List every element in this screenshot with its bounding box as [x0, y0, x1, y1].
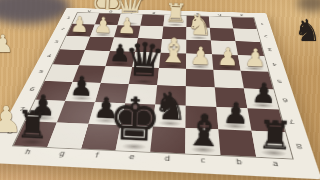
file-label-bottom-f: f — [78, 152, 115, 161]
file-label-bottom-a: a — [257, 160, 295, 169]
square-g4 — [79, 50, 110, 66]
rank-label-left-5: 5 — [33, 70, 49, 75]
file-label-top-e: e — [143, 11, 165, 14]
square-b4: ♟ — [212, 54, 241, 71]
white-pawn-c4: ♟ — [189, 44, 211, 69]
rank-label-right-2: 2 — [259, 34, 273, 38]
file-label-bottom-b: b — [221, 158, 258, 167]
square-c4: ♟ — [186, 54, 213, 70]
chessboard: ♚♛♜♟♟♟♞♟♝♟♟♟♛♟♟♟♟♞♟♜♚♝♜ — [14, 13, 293, 159]
captured-white-pawn: ♟ — [0, 102, 22, 138]
black-pawn-b7: ♟ — [222, 99, 249, 129]
square-a8: ♜ — [252, 131, 293, 159]
rank-label-right-1: 1 — [256, 22, 269, 25]
file-label-top-h: h — [78, 9, 100, 12]
black-pawn-g6: ♟ — [69, 73, 94, 101]
rank-label-right-6: 6 — [276, 97, 293, 103]
black-bishop-c8: ♝ — [183, 107, 224, 153]
captured-white-pawn: ♟ — [0, 32, 14, 56]
square-b2 — [210, 28, 236, 41]
square-a2 — [233, 28, 260, 41]
file-label-top-c: c — [187, 12, 209, 15]
file-label-bottom-h: h — [9, 148, 46, 157]
file-label-bottom-g: g — [43, 150, 80, 159]
file-label-top-a: a — [230, 13, 253, 16]
black-king-e8: ♚ — [107, 89, 162, 150]
square-d1: ♜ — [163, 15, 186, 27]
square-b5 — [213, 70, 244, 89]
white-pawn-g2: ♟ — [93, 15, 113, 37]
rank-label-left-3: 3 — [49, 40, 63, 44]
black-rook-a8: ♜ — [256, 116, 293, 157]
square-c2: ♞ — [186, 27, 210, 40]
photo-frame: ♚♛♜♟♟♟♞♟♝♟♟♟♛♟♟♟♟♞♟♜♚♝♜ hhggffeeddccbbaa… — [0, 0, 320, 180]
square-c8: ♝ — [185, 128, 220, 155]
white-pawn-b4: ♟ — [216, 45, 239, 70]
square-a4: ♟ — [238, 55, 268, 72]
file-label-bottom-e: e — [114, 153, 150, 162]
black-pawn-a6: ♟ — [250, 80, 276, 108]
square-c5 — [186, 69, 215, 87]
black-queen-e5: ♛ — [123, 36, 166, 84]
square-e8: ♚ — [116, 125, 153, 152]
white-pawn-a4: ♟ — [243, 46, 266, 71]
rank-label-left-2: 2 — [56, 28, 70, 31]
rank-label-left-4: 4 — [41, 54, 56, 58]
square-b8 — [218, 129, 256, 156]
square-a1 — [231, 17, 257, 29]
file-label-bottom-d: d — [149, 155, 185, 164]
file-label-top-g: g — [99, 10, 121, 13]
file-label-top-d: d — [165, 12, 187, 15]
rank-label-left-1: 1 — [62, 16, 75, 19]
captured-black-knight: ♞ — [294, 16, 320, 46]
rank-label-right-4: 4 — [267, 62, 282, 67]
file-label-top-b: b — [208, 13, 230, 16]
file-label-bottom-c: c — [185, 156, 221, 165]
file-label-top-f: f — [121, 10, 143, 13]
